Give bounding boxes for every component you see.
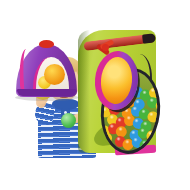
tunnel-orange-ball — [99, 56, 134, 106]
pit-ball — [155, 100, 165, 112]
ribbon-knot-center — [102, 44, 109, 51]
product-photo — [0, 0, 190, 190]
ribbon-knot — [96, 40, 116, 56]
dome-tent-handle — [39, 40, 54, 48]
dome-orange-ball — [44, 64, 65, 85]
pit-ball — [154, 119, 165, 131]
dome-tent-base — [17, 89, 76, 96]
green-ball — [61, 113, 76, 128]
